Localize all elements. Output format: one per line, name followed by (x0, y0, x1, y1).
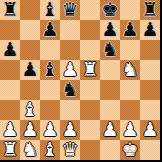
piece-white-pawn[interactable]: ♟ (1, 119, 18, 139)
square-g5[interactable]: ♞ (120, 60, 140, 80)
square-b4[interactable] (20, 80, 40, 100)
square-f7[interactable]: ♟ (100, 20, 120, 40)
square-g6[interactable] (120, 40, 140, 60)
square-c7[interactable]: ♟ (40, 20, 60, 40)
square-f5[interactable] (100, 60, 120, 80)
piece-white-rook[interactable]: ♜ (81, 59, 98, 79)
piece-white-rook[interactable]: ♜ (1, 139, 18, 159)
square-b7[interactable] (20, 20, 40, 40)
square-c3[interactable] (40, 100, 60, 120)
piece-black-rook[interactable]: ♜ (141, 0, 158, 19)
square-b8[interactable] (20, 0, 40, 20)
piece-white-pawn[interactable]: ♟ (61, 119, 78, 139)
square-b5[interactable]: ♟ (20, 60, 40, 80)
square-d2[interactable]: ♟ (60, 120, 80, 140)
square-a4[interactable] (0, 80, 20, 100)
piece-black-pawn[interactable]: ♟ (121, 19, 138, 39)
chess-board: ♜♝♛♚♜♟♟♟♟♟♞♟♝♟♜♞♞♝♟♟♟♟♟♟♟♜♞♝♛♚ (0, 0, 160, 160)
square-e5[interactable]: ♜ (80, 60, 100, 80)
square-h4[interactable] (140, 80, 160, 100)
square-g4[interactable] (120, 80, 140, 100)
square-a1[interactable]: ♜ (0, 140, 20, 160)
square-d8[interactable]: ♛ (60, 0, 80, 20)
piece-white-pawn[interactable]: ♟ (141, 119, 158, 139)
square-e7[interactable] (80, 20, 100, 40)
piece-black-knight[interactable]: ♞ (61, 79, 78, 99)
square-h2[interactable]: ♟ (140, 120, 160, 140)
piece-white-pawn[interactable]: ♟ (41, 119, 58, 139)
square-d1[interactable]: ♛ (60, 140, 80, 160)
square-f1[interactable] (100, 140, 120, 160)
piece-black-king[interactable]: ♚ (101, 0, 118, 19)
piece-black-pawn[interactable]: ♟ (21, 59, 38, 79)
square-h5[interactable] (140, 60, 160, 80)
square-c4[interactable] (40, 80, 60, 100)
square-d3[interactable] (60, 100, 80, 120)
square-a5[interactable] (0, 60, 20, 80)
square-h8[interactable]: ♜ (140, 0, 160, 20)
board-frame: ♜♝♛♚♜♟♟♟♟♟♞♟♝♟♜♞♞♝♟♟♟♟♟♟♟♜♞♝♛♚ (0, 0, 162, 162)
piece-white-bishop[interactable]: ♝ (21, 99, 38, 119)
square-a7[interactable] (0, 20, 20, 40)
piece-white-bishop[interactable]: ♝ (41, 139, 58, 159)
square-e2[interactable] (80, 120, 100, 140)
square-d4[interactable]: ♞ (60, 80, 80, 100)
square-a3[interactable] (0, 100, 20, 120)
piece-black-rook[interactable]: ♜ (1, 0, 18, 19)
square-e8[interactable] (80, 0, 100, 20)
piece-black-knight[interactable]: ♞ (101, 39, 118, 59)
piece-white-pawn[interactable]: ♟ (61, 59, 78, 79)
square-g1[interactable]: ♚ (120, 140, 140, 160)
square-c8[interactable]: ♝ (40, 0, 60, 20)
square-g7[interactable]: ♟ (120, 20, 140, 40)
square-c5[interactable]: ♝ (40, 60, 60, 80)
piece-white-pawn[interactable]: ♟ (101, 119, 118, 139)
piece-black-bishop[interactable]: ♝ (41, 59, 58, 79)
square-g8[interactable] (120, 0, 140, 20)
square-f8[interactable]: ♚ (100, 0, 120, 20)
piece-black-pawn[interactable]: ♟ (1, 39, 18, 59)
square-d7[interactable] (60, 20, 80, 40)
square-h6[interactable] (140, 40, 160, 60)
square-h3[interactable] (140, 100, 160, 120)
square-g2[interactable]: ♟ (120, 120, 140, 140)
square-f6[interactable]: ♞ (100, 40, 120, 60)
square-c2[interactable]: ♟ (40, 120, 60, 140)
piece-white-knight[interactable]: ♞ (21, 139, 38, 159)
square-e3[interactable] (80, 100, 100, 120)
square-c1[interactable]: ♝ (40, 140, 60, 160)
square-b6[interactable] (20, 40, 40, 60)
piece-white-pawn[interactable]: ♟ (121, 119, 138, 139)
square-h7[interactable]: ♟ (140, 20, 160, 40)
square-h1[interactable] (140, 140, 160, 160)
square-a8[interactable]: ♜ (0, 0, 20, 20)
square-b1[interactable]: ♞ (20, 140, 40, 160)
square-c6[interactable] (40, 40, 60, 60)
square-d6[interactable] (60, 40, 80, 60)
piece-white-queen[interactable]: ♛ (61, 139, 78, 159)
square-g3[interactable] (120, 100, 140, 120)
piece-black-queen[interactable]: ♛ (61, 0, 78, 19)
square-b3[interactable]: ♝ (20, 100, 40, 120)
square-e6[interactable] (80, 40, 100, 60)
piece-black-pawn[interactable]: ♟ (101, 19, 118, 39)
piece-black-pawn[interactable]: ♟ (41, 19, 58, 39)
piece-black-bishop[interactable]: ♝ (41, 0, 58, 19)
square-f3[interactable] (100, 100, 120, 120)
square-f2[interactable]: ♟ (100, 120, 120, 140)
square-a2[interactable]: ♟ (0, 120, 20, 140)
piece-white-king[interactable]: ♚ (121, 139, 138, 159)
square-e4[interactable] (80, 80, 100, 100)
piece-white-knight[interactable]: ♞ (121, 59, 138, 79)
piece-black-pawn[interactable]: ♟ (141, 19, 158, 39)
piece-white-pawn[interactable]: ♟ (21, 119, 38, 139)
square-d5[interactable]: ♟ (60, 60, 80, 80)
square-e1[interactable] (80, 140, 100, 160)
square-a6[interactable]: ♟ (0, 40, 20, 60)
square-f4[interactable] (100, 80, 120, 100)
square-b2[interactable]: ♟ (20, 120, 40, 140)
